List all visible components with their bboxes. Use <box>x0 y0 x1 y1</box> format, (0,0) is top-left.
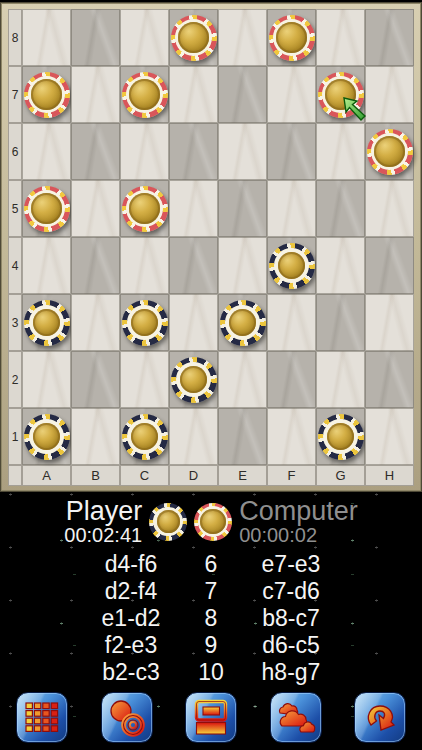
player-move: f2-e3 <box>75 632 187 659</box>
chip-coin <box>157 510 180 533</box>
square-b6[interactable] <box>71 123 120 180</box>
square-c4[interactable] <box>120 237 169 294</box>
player-piece[interactable] <box>24 414 70 460</box>
square-g5[interactable] <box>316 180 365 237</box>
square-e1[interactable] <box>218 408 267 465</box>
navy-chip-icon <box>149 503 187 541</box>
square-a8[interactable] <box>22 9 71 66</box>
square-g6[interactable] <box>316 123 365 180</box>
square-a6[interactable] <box>22 123 71 180</box>
square-d1[interactable] <box>169 408 218 465</box>
square-b7[interactable] <box>71 66 120 123</box>
col-label-b: B <box>71 465 120 486</box>
chips-icon <box>108 699 146 737</box>
square-c6[interactable] <box>120 123 169 180</box>
player-piece[interactable] <box>122 300 168 346</box>
computer-move: c7-d6 <box>235 578 347 605</box>
clouds-icon <box>276 701 316 735</box>
square-d7[interactable] <box>169 66 218 123</box>
square-e8[interactable] <box>218 9 267 66</box>
square-b4[interactable] <box>71 237 120 294</box>
row-label-8: 8 <box>8 9 22 66</box>
square-a1[interactable] <box>22 408 71 465</box>
square-c8[interactable] <box>120 9 169 66</box>
square-h1[interactable] <box>365 408 414 465</box>
row-label-4: 4 <box>8 237 22 294</box>
chip-coin <box>178 22 209 53</box>
chip-coin <box>129 79 160 110</box>
window-icon <box>194 699 228 736</box>
square-a4[interactable] <box>22 237 71 294</box>
player-block: Player 00:02:41 <box>64 497 142 546</box>
col-label-e: E <box>218 465 267 486</box>
computer-piece[interactable] <box>24 186 70 232</box>
info-panel: Player 00:02:41 Computer 00:00:02 d4-f66… <box>0 492 422 750</box>
player-move: d4-f6 <box>75 551 187 578</box>
square-h2[interactable] <box>365 351 414 408</box>
chip-coin <box>374 136 405 167</box>
square-e6[interactable] <box>218 123 267 180</box>
col-label-g: G <box>316 465 365 486</box>
square-g3[interactable] <box>316 294 365 351</box>
move-row: d2-f47c7-d6 <box>0 578 422 605</box>
player-clock: 00:02:41 <box>64 525 142 546</box>
square-f8[interactable] <box>267 9 316 66</box>
computer-piece[interactable] <box>367 129 413 175</box>
square-h6[interactable] <box>365 123 414 180</box>
square-g7[interactable] <box>316 66 365 123</box>
square-c7[interactable] <box>120 66 169 123</box>
player-piece[interactable] <box>24 300 70 346</box>
move-number: 6 <box>187 551 235 578</box>
square-g8[interactable] <box>316 9 365 66</box>
row-label-6: 6 <box>8 123 22 180</box>
row-label-7: 7 <box>8 66 22 123</box>
computer-move: b8-c7 <box>235 605 347 632</box>
computer-move: h8-g7 <box>235 659 347 686</box>
square-e5[interactable] <box>218 180 267 237</box>
square-b1[interactable] <box>71 408 120 465</box>
board-grid-icon <box>24 701 60 734</box>
square-b3[interactable] <box>71 294 120 351</box>
move-row: d4-f66e7-e3 <box>0 551 422 578</box>
square-f5[interactable] <box>267 180 316 237</box>
col-label-h: H <box>365 465 414 486</box>
square-f2[interactable] <box>267 351 316 408</box>
selection-cursor-icon <box>341 95 368 122</box>
row-label-5: 5 <box>8 180 22 237</box>
computer-clock: 00:00:02 <box>239 525 317 546</box>
computer-piece[interactable] <box>122 72 168 118</box>
undo-arrow-icon <box>362 700 398 736</box>
square-c1[interactable] <box>120 408 169 465</box>
checkers-board: 87 654321ABCDEFGH <box>0 2 422 492</box>
square-d6[interactable] <box>169 123 218 180</box>
computer-piece[interactable] <box>122 186 168 232</box>
computer-piece[interactable] <box>24 72 70 118</box>
row-label-2: 2 <box>8 351 22 408</box>
square-f1[interactable] <box>267 408 316 465</box>
player-piece[interactable] <box>171 357 217 403</box>
scoreboard: Player 00:02:41 Computer 00:00:02 <box>0 492 422 546</box>
square-h3[interactable] <box>365 294 414 351</box>
player-move: d2-f4 <box>75 578 187 605</box>
toolbar <box>0 692 422 750</box>
move-number: 10 <box>187 659 235 686</box>
computer-move: d6-c5 <box>235 632 347 659</box>
square-e3[interactable] <box>218 294 267 351</box>
player-piece[interactable] <box>220 300 266 346</box>
square-a3[interactable] <box>22 294 71 351</box>
square-d8[interactable] <box>169 9 218 66</box>
player-piece[interactable] <box>269 243 315 289</box>
player-name: Player <box>66 497 143 525</box>
square-d4[interactable] <box>169 237 218 294</box>
computer-move: e7-e3 <box>235 551 347 578</box>
computer-name: Computer <box>239 497 358 525</box>
square-e7[interactable] <box>218 66 267 123</box>
square-b2[interactable] <box>71 351 120 408</box>
square-g2[interactable] <box>316 351 365 408</box>
chip-coin <box>31 79 62 110</box>
move-row: b2-c310h8-g7 <box>0 659 422 686</box>
square-a7[interactable] <box>22 66 71 123</box>
square-f6[interactable] <box>267 123 316 180</box>
col-label-f: F <box>267 465 316 486</box>
move-row: f2-e39d6-c5 <box>0 632 422 659</box>
move-list: d4-f66e7-e3d2-f47c7-d6e1-d28b8-c7f2-e39d… <box>0 551 422 686</box>
square-e4[interactable] <box>218 237 267 294</box>
square-f4[interactable] <box>267 237 316 294</box>
chip-coin <box>31 193 62 224</box>
square-h5[interactable] <box>365 180 414 237</box>
computer-piece[interactable] <box>171 15 217 61</box>
new-game-button[interactable] <box>16 692 68 743</box>
square-h4[interactable] <box>365 237 414 294</box>
square-c2[interactable] <box>120 351 169 408</box>
move-number: 7 <box>187 578 235 605</box>
pieces-style-button[interactable] <box>101 692 153 743</box>
computer-block: Computer 00:00:02 <box>239 497 358 546</box>
square-a5[interactable] <box>22 180 71 237</box>
red-chip-icon <box>194 503 232 541</box>
chip-coin <box>129 193 160 224</box>
player-move: e1-d2 <box>75 605 187 632</box>
square-a2[interactable] <box>22 351 71 408</box>
computer-piece[interactable] <box>269 15 315 61</box>
square-g1[interactable] <box>316 408 365 465</box>
player-piece[interactable] <box>122 414 168 460</box>
player-move: b2-c3 <box>75 659 187 686</box>
network-button[interactable] <box>270 692 322 743</box>
player-piece[interactable] <box>318 414 364 460</box>
move-number: 9 <box>187 632 235 659</box>
window-button[interactable] <box>185 692 237 743</box>
row-label-1: 1 <box>8 408 22 465</box>
move-row: e1-d28b8-c7 <box>0 605 422 632</box>
undo-button[interactable] <box>354 692 406 743</box>
square-b8[interactable] <box>71 9 120 66</box>
square-f7[interactable] <box>267 66 316 123</box>
square-h8[interactable] <box>365 9 414 66</box>
square-f3[interactable] <box>267 294 316 351</box>
square-d2[interactable] <box>169 351 218 408</box>
square-c5[interactable] <box>120 180 169 237</box>
square-g4[interactable] <box>316 237 365 294</box>
square-d5[interactable] <box>169 180 218 237</box>
move-number: 8 <box>187 605 235 632</box>
chip-coin <box>276 22 307 53</box>
col-label-d: D <box>169 465 218 486</box>
corner-cell <box>8 465 22 486</box>
col-label-c: C <box>120 465 169 486</box>
square-d3[interactable] <box>169 294 218 351</box>
square-b5[interactable] <box>71 180 120 237</box>
square-e2[interactable] <box>218 351 267 408</box>
col-label-a: A <box>22 465 71 486</box>
row-label-3: 3 <box>8 294 22 351</box>
square-c3[interactable] <box>120 294 169 351</box>
square-h7[interactable] <box>365 66 414 123</box>
board-grid: 87 654321ABCDEFGH <box>8 9 413 486</box>
